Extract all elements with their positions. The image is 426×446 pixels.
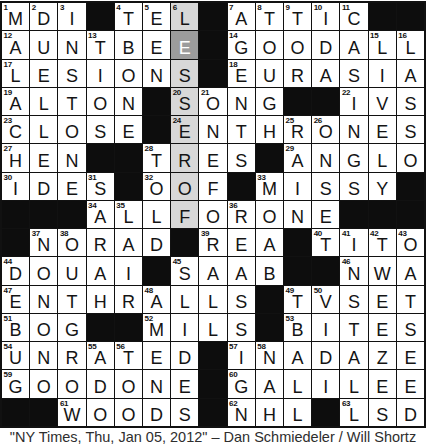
cell-letter: S xyxy=(397,94,424,114)
cell-letter: O xyxy=(30,264,57,284)
grid-cell[interactable]: I xyxy=(284,173,311,200)
grid-cell[interactable]: U xyxy=(256,60,283,87)
cell-letter: G xyxy=(340,151,367,171)
grid-cell[interactable]: S xyxy=(340,286,367,313)
grid-cell[interactable]: 12A xyxy=(2,31,29,58)
grid-cell[interactable]: T xyxy=(340,314,367,341)
grid-cell[interactable]: 11C xyxy=(340,3,367,30)
cell-letter: T xyxy=(87,38,114,58)
grid-cell[interactable]: 36R xyxy=(228,201,255,228)
grid-cell[interactable]: O xyxy=(87,88,114,115)
grid-cell[interactable]: S xyxy=(171,399,198,426)
grid-cell[interactable]: T xyxy=(58,286,85,313)
grid-cell[interactable]: H xyxy=(256,399,283,426)
grid-cell[interactable]: 3I xyxy=(58,3,85,30)
cell-letter: M xyxy=(143,320,170,340)
grid-cell[interactable]: O xyxy=(284,31,311,58)
grid-cell[interactable]: 19A xyxy=(2,88,29,115)
cell-letter: R xyxy=(199,235,226,255)
cell-letter: H xyxy=(256,405,283,425)
cell-letter: A xyxy=(87,348,114,368)
cell-letter: O xyxy=(199,207,226,227)
grid-cell[interactable]: A xyxy=(199,257,226,284)
cell-letter: S xyxy=(228,292,255,312)
grid-cell[interactable]: G xyxy=(256,88,283,115)
grid-cell[interactable]: U xyxy=(58,257,85,284)
cell-letter: S xyxy=(228,320,255,340)
grid-cell[interactable]: 51B xyxy=(2,314,29,341)
grid-cell[interactable]: 5E xyxy=(143,3,170,30)
grid-cell[interactable]: L xyxy=(284,370,311,397)
cell-letter: E xyxy=(369,122,396,142)
grid-cell[interactable]: 35L xyxy=(115,201,142,228)
grid-cell[interactable]: A xyxy=(312,60,339,87)
cell-letter: O xyxy=(171,179,198,199)
cell-letter: A xyxy=(228,9,255,29)
grid-cell[interactable]: 42T xyxy=(369,229,396,256)
grid-cell[interactable]: O xyxy=(256,201,283,228)
grid-cell[interactable]: E xyxy=(369,370,396,397)
cell-letter: N xyxy=(312,151,339,171)
grid-cell[interactable]: O xyxy=(58,116,85,143)
grid-cell[interactable]: 10I xyxy=(312,3,339,30)
grid-cell[interactable]: G xyxy=(340,144,367,171)
cell-letter: E xyxy=(2,292,29,312)
grid-cell[interactable]: E xyxy=(143,31,170,58)
grid-cell[interactable]: 20S xyxy=(171,88,198,115)
grid-cell[interactable]: N xyxy=(115,88,142,115)
grid-cell[interactable]: O xyxy=(30,370,57,397)
grid-cell[interactable]: A xyxy=(115,229,142,256)
black-cell xyxy=(115,144,142,171)
cell-letter: E xyxy=(30,151,57,171)
grid-cell[interactable]: O xyxy=(87,399,114,426)
grid-cell[interactable]: E xyxy=(369,116,396,143)
grid-cell[interactable]: 43O xyxy=(397,229,424,256)
grid-cell[interactable]: L xyxy=(199,314,226,341)
grid-cell[interactable]: 9T xyxy=(284,3,311,30)
grid-cell[interactable]: 60G xyxy=(228,370,255,397)
cell-letter: D xyxy=(312,348,339,368)
grid-cell[interactable]: 8T xyxy=(256,3,283,30)
grid-cell[interactable]: 6L xyxy=(171,3,198,30)
grid-cell[interactable]: 54U xyxy=(2,342,29,369)
grid-cell[interactable]: L xyxy=(143,201,170,228)
grid-cell[interactable]: A xyxy=(284,342,311,369)
black-cell xyxy=(199,60,226,87)
grid-cell[interactable]: 13T xyxy=(87,31,114,58)
cell-letter: I xyxy=(228,348,255,368)
grid-cell[interactable]: O xyxy=(115,399,142,426)
grid-cell[interactable]: N xyxy=(143,60,170,87)
cell-letter: N xyxy=(58,38,85,58)
grid-cell[interactable]: E xyxy=(171,31,198,58)
grid-cell[interactable]: O xyxy=(397,144,424,171)
grid-cell[interactable]: E xyxy=(228,229,255,256)
grid-cell[interactable]: 49T xyxy=(284,286,311,313)
grid-cell[interactable]: B xyxy=(256,257,283,284)
cell-letter: L xyxy=(284,377,311,397)
black-cell xyxy=(397,173,424,200)
grid-cell[interactable]: S xyxy=(312,173,339,200)
grid-cell[interactable]: D xyxy=(312,31,339,58)
cell-letter: A xyxy=(397,66,424,86)
grid-cell[interactable]: S xyxy=(340,173,367,200)
cell-letter: F xyxy=(199,179,226,199)
grid-cell[interactable]: N xyxy=(312,144,339,171)
grid-cell[interactable]: 14G xyxy=(228,31,255,58)
grid-cell[interactable]: R xyxy=(115,286,142,313)
cell-letter: N xyxy=(30,348,57,368)
grid-cell[interactable]: N xyxy=(58,144,85,171)
grid-cell[interactable]: E xyxy=(115,116,142,143)
grid-cell[interactable]: D xyxy=(312,342,339,369)
grid-cell[interactable]: S xyxy=(171,60,198,87)
grid-cell[interactable]: E xyxy=(171,370,198,397)
grid-cell[interactable]: D xyxy=(171,342,198,369)
grid-cell[interactable]: 55A xyxy=(87,342,114,369)
grid-cell[interactable]: 15L xyxy=(369,31,396,58)
grid-cell[interactable]: L xyxy=(340,370,367,397)
grid-cell[interactable]: B xyxy=(115,31,142,58)
cell-letter: L xyxy=(199,320,226,340)
grid-cell[interactable]: N xyxy=(340,116,367,143)
grid-cell[interactable]: N xyxy=(199,116,226,143)
cell-letter: W xyxy=(58,405,85,425)
black-cell xyxy=(115,314,142,341)
grid-cell[interactable]: D xyxy=(143,399,170,426)
grid-cell[interactable]: O xyxy=(115,370,142,397)
grid-cell[interactable]: I xyxy=(312,314,339,341)
grid-cell[interactable]: Z xyxy=(369,342,396,369)
grid-cell[interactable]: A xyxy=(256,229,283,256)
grid-cell[interactable]: S xyxy=(397,116,424,143)
cell-letter: C xyxy=(340,9,367,29)
cell-letter: I xyxy=(340,94,367,114)
grid-cell[interactable]: A xyxy=(228,257,255,284)
cell-letter: E xyxy=(228,235,255,255)
grid-cell[interactable]: S xyxy=(369,399,396,426)
grid-cell[interactable]: A xyxy=(340,31,367,58)
grid-cell[interactable]: L xyxy=(171,286,198,313)
cell-letter: O xyxy=(30,320,57,340)
grid-cell[interactable]: R xyxy=(171,144,198,171)
grid-cell[interactable]: E xyxy=(58,173,85,200)
black-cell xyxy=(199,3,226,30)
cell-letter: L xyxy=(171,9,198,29)
cell-letter: Z xyxy=(369,348,396,368)
grid-cell[interactable]: 32O xyxy=(143,173,170,200)
grid-cell[interactable]: R xyxy=(87,229,114,256)
cell-letter: T xyxy=(256,9,283,29)
grid-cell[interactable]: 16L xyxy=(397,31,424,58)
cell-letter: T xyxy=(228,122,255,142)
cell-letter: R xyxy=(115,292,142,312)
grid-cell[interactable]: D xyxy=(87,370,114,397)
grid-cell[interactable]: 41I xyxy=(340,229,367,256)
grid-cell[interactable]: D xyxy=(397,399,424,426)
black-cell xyxy=(199,370,226,397)
grid-cell[interactable]: 4T xyxy=(115,3,142,30)
grid-cell[interactable]: 44D xyxy=(2,257,29,284)
cell-letter: E xyxy=(171,122,198,142)
grid-cell[interactable]: 24E xyxy=(171,116,198,143)
grid-cell[interactable]: E xyxy=(312,201,339,228)
cell-letter: T xyxy=(284,292,311,312)
grid-cell[interactable]: 52M xyxy=(143,314,170,341)
cell-letter: E xyxy=(115,122,142,142)
grid-cell[interactable]: N xyxy=(58,31,85,58)
cell-letter: L xyxy=(369,38,396,58)
grid-cell[interactable]: D xyxy=(30,173,57,200)
cell-letter: E xyxy=(58,179,85,199)
grid-cell[interactable]: E xyxy=(30,60,57,87)
cell-letter: A xyxy=(143,292,170,312)
cell-letter: L xyxy=(2,66,29,86)
grid-cell[interactable]: O xyxy=(30,257,57,284)
grid-cell[interactable]: I xyxy=(171,314,198,341)
cell-letter: W xyxy=(369,264,396,284)
grid-cell[interactable]: 39R xyxy=(199,229,226,256)
grid-cell[interactable]: T xyxy=(58,88,85,115)
grid-cell[interactable]: 2D xyxy=(30,3,57,30)
cell-letter: O xyxy=(87,405,114,425)
grid-cell[interactable]: S xyxy=(87,116,114,143)
cell-letter: S xyxy=(369,405,396,425)
cell-letter: D xyxy=(312,38,339,58)
cell-letter: L xyxy=(340,405,367,425)
grid-cell[interactable]: O xyxy=(30,314,57,341)
cell-letter: U xyxy=(2,348,29,368)
grid-cell[interactable]: E xyxy=(143,342,170,369)
cell-letter: B xyxy=(284,320,311,340)
cell-letter: T xyxy=(115,348,142,368)
grid-cell[interactable]: S xyxy=(340,60,367,87)
black-cell xyxy=(369,3,396,30)
grid-cell[interactable]: L xyxy=(369,144,396,171)
black-cell xyxy=(2,201,29,228)
cell-letter: L xyxy=(340,377,367,397)
grid-cell[interactable]: 37N xyxy=(30,229,57,256)
cell-letter: T xyxy=(397,292,424,312)
cell-letter: F xyxy=(171,207,198,227)
cell-letter: T xyxy=(369,235,396,255)
grid-cell[interactable]: 27H xyxy=(2,144,29,171)
cell-letter: N xyxy=(143,66,170,86)
grid-cell[interactable]: F xyxy=(171,201,198,228)
cell-letter: T xyxy=(312,235,339,255)
grid-cell[interactable]: 31S xyxy=(87,173,114,200)
grid-cell[interactable]: 7A xyxy=(228,3,255,30)
grid-cell[interactable]: 30I xyxy=(2,173,29,200)
grid-cell[interactable]: 29A xyxy=(284,144,311,171)
black-cell xyxy=(199,342,226,369)
grid-cell[interactable]: 21O xyxy=(199,88,226,115)
cell-letter: C xyxy=(2,122,29,142)
grid-cell[interactable]: 22I xyxy=(340,88,367,115)
grid-cell[interactable]: L xyxy=(284,399,311,426)
cell-letter: G xyxy=(256,94,283,114)
cell-letter: L xyxy=(397,38,424,58)
cell-letter: U xyxy=(30,38,57,58)
cell-letter: D xyxy=(30,179,57,199)
grid-cell[interactable]: V xyxy=(369,88,396,115)
cell-letter: O xyxy=(199,94,226,114)
cell-letter: T xyxy=(58,94,85,114)
grid-cell[interactable]: H xyxy=(87,286,114,313)
black-cell xyxy=(143,257,170,284)
grid-cell[interactable]: A xyxy=(87,257,114,284)
grid-cell[interactable]: I xyxy=(312,370,339,397)
grid-cell[interactable]: D xyxy=(143,229,170,256)
grid-cell[interactable]: O xyxy=(256,31,283,58)
cell-letter: T xyxy=(58,292,85,312)
grid-cell[interactable]: 23C xyxy=(2,116,29,143)
grid-cell[interactable]: N xyxy=(30,342,57,369)
cell-letter: E xyxy=(199,151,226,171)
grid-cell[interactable]: F xyxy=(199,173,226,200)
grid-cell[interactable]: S xyxy=(228,314,255,341)
grid-cell[interactable]: 53B xyxy=(284,314,311,341)
cell-letter: N xyxy=(284,207,311,227)
grid-cell[interactable]: 26O xyxy=(312,116,339,143)
grid-cell[interactable]: L xyxy=(30,88,57,115)
cell-letter: I xyxy=(2,179,29,199)
grid-cell[interactable]: 40T xyxy=(312,229,339,256)
cell-letter: S xyxy=(87,179,114,199)
grid-cell[interactable]: 17L xyxy=(2,60,29,87)
cell-letter: E xyxy=(171,38,198,58)
cell-letter: S xyxy=(228,151,255,171)
grid-cell[interactable]: 62N xyxy=(228,399,255,426)
grid-cell[interactable]: S xyxy=(58,60,85,87)
cell-letter: I xyxy=(312,9,339,29)
grid-cell[interactable]: 1M xyxy=(2,3,29,30)
grid-cell[interactable]: A xyxy=(340,342,367,369)
cell-letter: A xyxy=(284,151,311,171)
grid-cell[interactable]: 46N xyxy=(340,257,367,284)
grid-cell[interactable]: S xyxy=(397,88,424,115)
puzzle-caption: "NY Times, Thu, Jan 05, 2012" – Dan Schm… xyxy=(0,429,426,446)
grid-cell[interactable]: 47E xyxy=(2,286,29,313)
grid-cell[interactable]: A xyxy=(397,257,424,284)
cell-letter: R xyxy=(228,207,255,227)
grid-cell[interactable]: S xyxy=(228,144,255,171)
grid-cell[interactable]: A xyxy=(256,370,283,397)
cell-letter: I xyxy=(369,66,396,86)
black-cell xyxy=(256,286,283,313)
cell-letter: E xyxy=(143,9,170,29)
cell-letter: E xyxy=(369,320,396,340)
grid-cell[interactable]: Y xyxy=(369,173,396,200)
cell-letter: H xyxy=(87,292,114,312)
cell-letter: L xyxy=(115,207,142,227)
black-cell xyxy=(284,88,311,115)
grid-cell[interactable]: T xyxy=(228,116,255,143)
cell-letter: D xyxy=(2,264,29,284)
cell-letter: Y xyxy=(369,179,396,199)
grid-cell[interactable]: S xyxy=(228,286,255,313)
grid-cell[interactable]: 58N xyxy=(256,342,283,369)
cell-letter: L xyxy=(199,292,226,312)
cell-letter: I xyxy=(171,320,198,340)
grid-cell[interactable]: O xyxy=(58,370,85,397)
grid-cell[interactable]: 63L xyxy=(340,399,367,426)
grid-cell[interactable]: T xyxy=(397,286,424,313)
grid-cell[interactable]: 34A xyxy=(87,201,114,228)
grid-cell[interactable]: U xyxy=(30,31,57,58)
grid-cell[interactable]: R xyxy=(58,342,85,369)
black-cell xyxy=(256,314,283,341)
grid-cell[interactable]: I xyxy=(115,257,142,284)
cell-letter: G xyxy=(2,377,29,397)
cell-letter: S xyxy=(340,179,367,199)
grid-cell[interactable]: E xyxy=(369,314,396,341)
grid-cell[interactable]: 28T xyxy=(143,144,170,171)
cell-letter: N xyxy=(115,94,142,114)
grid-cell[interactable]: 38O xyxy=(58,229,85,256)
grid-cell[interactable]: E xyxy=(397,342,424,369)
grid-cell[interactable]: 59G xyxy=(2,370,29,397)
cell-letter: O xyxy=(256,38,283,58)
grid-cell[interactable]: G xyxy=(58,314,85,341)
grid-cell[interactable]: N xyxy=(30,286,57,313)
grid-cell[interactable]: 25R xyxy=(284,116,311,143)
cell-letter: A xyxy=(284,348,311,368)
cell-letter: U xyxy=(58,264,85,284)
grid-cell[interactable]: L xyxy=(199,286,226,313)
grid-cell[interactable]: 61W xyxy=(58,399,85,426)
cell-letter: R xyxy=(58,348,85,368)
cell-letter: O xyxy=(115,405,142,425)
grid-cell[interactable]: E xyxy=(369,286,396,313)
grid-cell[interactable]: 33M xyxy=(256,173,283,200)
grid-cell[interactable]: 45S xyxy=(171,257,198,284)
grid-cell[interactable]: O xyxy=(115,60,142,87)
cell-letter: T xyxy=(340,320,367,340)
cell-letter: E xyxy=(369,292,396,312)
grid-cell[interactable]: N xyxy=(228,88,255,115)
grid-cell[interactable]: I xyxy=(369,60,396,87)
grid-cell[interactable]: N xyxy=(284,201,311,228)
cell-letter: A xyxy=(312,66,339,86)
grid-cell[interactable]: H xyxy=(256,116,283,143)
cell-letter: A xyxy=(87,264,114,284)
grid-cell[interactable]: A xyxy=(397,60,424,87)
grid-cell[interactable]: I xyxy=(87,60,114,87)
cell-letter: U xyxy=(256,66,283,86)
grid-cell[interactable]: N xyxy=(143,370,170,397)
black-cell xyxy=(30,201,57,228)
grid-cell[interactable]: 50V xyxy=(312,286,339,313)
grid-cell[interactable]: W xyxy=(369,257,396,284)
grid-cell[interactable]: 57I xyxy=(228,342,255,369)
grid-cell[interactable]: 56T xyxy=(115,342,142,369)
grid-cell[interactable]: 48A xyxy=(143,286,170,313)
cell-letter: S xyxy=(340,66,367,86)
grid-cell[interactable]: O xyxy=(199,201,226,228)
grid-cell[interactable]: 18E xyxy=(228,60,255,87)
grid-cell[interactable]: E xyxy=(30,144,57,171)
grid-cell[interactable]: E xyxy=(397,370,424,397)
grid-cell[interactable]: E xyxy=(199,144,226,171)
grid-cell[interactable]: O xyxy=(171,173,198,200)
cell-letter: I xyxy=(312,377,339,397)
cell-letter: S xyxy=(397,320,424,340)
grid-cell[interactable]: S xyxy=(397,314,424,341)
grid-cell[interactable]: L xyxy=(30,116,57,143)
grid-cell[interactable]: R xyxy=(284,60,311,87)
